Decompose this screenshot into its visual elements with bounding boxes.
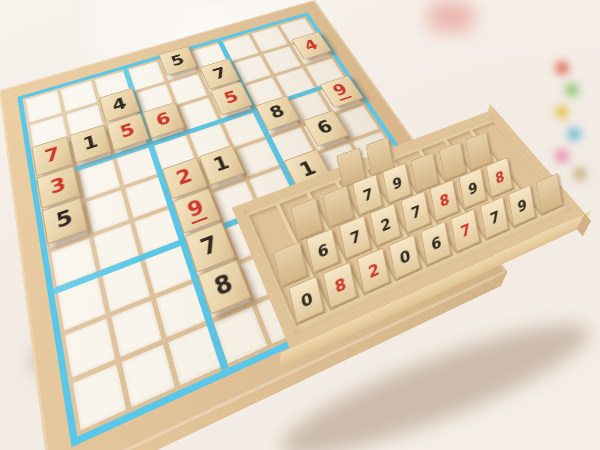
tile-digit: 2 [379, 214, 392, 235]
tile-digit: 5 [55, 208, 75, 233]
tile-digit: 0 [398, 245, 412, 267]
tile-digit: 5 [169, 53, 186, 69]
tile-digit: 7 [362, 184, 375, 205]
tile-digit: 7 [488, 207, 500, 228]
drawer-tile-7-slot7[interactable]: 7 [480, 196, 509, 239]
cell-r1c1 [26, 91, 62, 123]
tile-digit: 8 [438, 190, 450, 211]
tile-digit: 9 [516, 195, 528, 216]
tile-digit: 2 [174, 167, 195, 189]
tile-digit: 0 [299, 288, 314, 312]
tile-digit: 1 [81, 133, 99, 153]
tile-digit: 6 [316, 239, 330, 261]
tile-digit: 6 [315, 118, 337, 137]
tile-digit: 6 [154, 110, 173, 129]
tile-digit: 4 [302, 38, 321, 53]
tile-digit: 9 [185, 197, 208, 224]
drawer-tile-back[interactable] [536, 173, 563, 215]
drawer-tile-8-slot8[interactable]: 8 [486, 157, 513, 198]
cell-r3c3: 5 [109, 120, 149, 155]
tile-digit: 1 [211, 154, 232, 176]
tile-digit: 5 [222, 89, 241, 107]
drawer-tile-7-slot6[interactable]: 7 [450, 208, 480, 252]
cell-r4c3 [117, 147, 159, 185]
tile-digit: 7 [459, 219, 472, 241]
tile-digit: 7 [43, 145, 61, 166]
tile-digit: 7 [198, 233, 221, 260]
tile-digit: 7 [348, 226, 362, 248]
cell-r9c2 [122, 344, 176, 407]
tile-digit: 9 [391, 173, 403, 193]
tile-digit: 6 [429, 232, 442, 254]
tile-digit: 8 [212, 271, 237, 300]
drawer-tile-6-slot5[interactable]: 6 [420, 221, 451, 266]
tile-digit: 2 [366, 259, 380, 282]
tile-digit: 8 [494, 167, 505, 187]
cell-r5c8: 6 [303, 116, 347, 151]
drawer-tile-2-slot3[interactable]: 2 [356, 247, 390, 293]
drawer-tile-9-slot7[interactable]: 9 [458, 168, 486, 209]
tile-digit: 5 [118, 122, 137, 142]
tile-digit: 8 [333, 273, 348, 296]
cell-r9c1 [73, 364, 127, 430]
tile-digit: 9 [467, 178, 479, 198]
tile-digit: 7 [211, 66, 229, 83]
photo-scene: 547471565389521691738 08627027679787998 [0, 0, 600, 450]
tile-digit: 3 [49, 175, 68, 198]
tile-digit: 7 [409, 201, 422, 222]
tile-digit: 4 [111, 96, 129, 114]
board-tile-4-r2c9[interactable]: 4 [291, 32, 332, 61]
tile-digit: 9 [330, 82, 352, 101]
tile-digit: 8 [267, 103, 287, 122]
